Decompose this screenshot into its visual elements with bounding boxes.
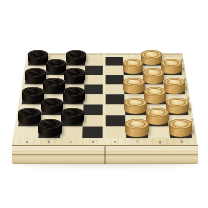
- white-checker-h7[interactable]: [161, 59, 182, 74]
- checker-top: [64, 68, 85, 77]
- white-checker-g2[interactable]: [146, 108, 169, 125]
- checker-top: [25, 68, 46, 77]
- checker-top: [63, 87, 85, 96]
- checker-top: [66, 50, 86, 58]
- checker-top: [169, 119, 193, 128]
- black-checker-c8[interactable]: [66, 50, 86, 65]
- white-checker-g6[interactable]: [143, 68, 164, 84]
- checker-top: [143, 68, 164, 77]
- checker-top: [166, 98, 189, 107]
- checker-top: [141, 50, 161, 58]
- checker-top: [22, 87, 44, 96]
- checker-top: [124, 98, 147, 107]
- checker-top: [28, 50, 48, 58]
- white-checker-f3[interactable]: [124, 98, 147, 115]
- white-checker-g4[interactable]: [144, 87, 166, 103]
- pieces-layer: [0, 0, 208, 208]
- white-checker-h1[interactable]: [169, 119, 193, 136]
- white-checker-h3[interactable]: [166, 98, 189, 115]
- checker-top: [43, 78, 65, 87]
- white-checker-h5[interactable]: [164, 78, 186, 94]
- black-checker-c2[interactable]: [61, 108, 84, 125]
- white-checker-f1[interactable]: [125, 119, 149, 136]
- black-checker-c6[interactable]: [64, 68, 85, 84]
- black-checker-c4[interactable]: [63, 87, 85, 103]
- black-checker-b1[interactable]: [38, 119, 62, 136]
- checkers-set-photo: abcdefgh87654321: [0, 0, 208, 208]
- checker-top: [41, 98, 64, 107]
- white-checker-g8[interactable]: [141, 50, 161, 65]
- white-checker-f5[interactable]: [123, 78, 145, 94]
- checker-top: [38, 119, 62, 128]
- checker-top: [125, 119, 149, 128]
- white-checker-f7[interactable]: [123, 59, 144, 74]
